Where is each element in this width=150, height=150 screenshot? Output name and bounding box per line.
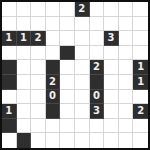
empty-cell-r5-c7[interactable]	[104, 75, 119, 90]
black-cell-r7-c3	[46, 104, 61, 119]
empty-cell-r0-c8[interactable]	[119, 2, 134, 17]
empty-cell-r0-c1[interactable]	[17, 2, 32, 17]
empty-cell-r1-c5[interactable]	[75, 17, 90, 32]
empty-cell-r0-c2[interactable]	[31, 2, 46, 17]
clue-cell-r6-c3: 0	[46, 90, 61, 105]
empty-cell-r7-c7[interactable]	[104, 104, 119, 119]
empty-cell-r9-c9[interactable]	[133, 133, 148, 148]
empty-cell-r3-c0[interactable]	[2, 46, 17, 61]
clue-cell-r4-c9: 1	[133, 60, 148, 75]
empty-cell-r8-c9[interactable]	[133, 119, 148, 134]
empty-cell-r8-c8[interactable]	[119, 119, 134, 134]
empty-cell-r8-c1[interactable]	[17, 119, 32, 134]
empty-cell-r6-c0[interactable]	[2, 90, 17, 105]
empty-cell-r5-c8[interactable]	[119, 75, 134, 90]
black-cell-r5-c6	[90, 75, 105, 90]
empty-cell-r4-c2[interactable]	[31, 60, 46, 75]
empty-cell-r8-c3[interactable]	[46, 119, 61, 134]
empty-cell-r7-c5[interactable]	[75, 104, 90, 119]
empty-cell-r2-c9[interactable]	[133, 31, 148, 46]
empty-cell-r5-c5[interactable]	[75, 75, 90, 90]
empty-cell-r0-c4[interactable]	[60, 2, 75, 17]
empty-cell-r4-c5[interactable]	[75, 60, 90, 75]
empty-cell-r5-c4[interactable]	[60, 75, 75, 90]
empty-cell-r3-c9[interactable]	[133, 46, 148, 61]
black-cell-r4-c0	[2, 60, 17, 75]
clue-cell-r7-c6: 3	[90, 104, 105, 119]
empty-cell-r4-c7[interactable]	[104, 60, 119, 75]
empty-cell-r4-c1[interactable]	[17, 60, 32, 75]
empty-cell-r3-c7[interactable]	[104, 46, 119, 61]
black-cell-r8-c0	[2, 119, 17, 134]
empty-cell-r1-c6[interactable]	[90, 17, 105, 32]
puzzle-screenshot: 21123212100132	[0, 0, 150, 150]
empty-cell-r1-c2[interactable]	[31, 17, 46, 32]
empty-cell-r2-c4[interactable]	[60, 31, 75, 46]
empty-cell-r7-c4[interactable]	[60, 104, 75, 119]
clue-cell-r2-c0: 1	[2, 31, 17, 46]
clue-cell-r0-c5: 2	[75, 2, 90, 17]
empty-cell-r0-c7[interactable]	[104, 2, 119, 17]
clue-cell-r5-c9: 1	[133, 75, 148, 90]
empty-cell-r8-c2[interactable]	[31, 119, 46, 134]
empty-cell-r3-c6[interactable]	[90, 46, 105, 61]
empty-cell-r9-c2[interactable]	[31, 133, 46, 148]
empty-cell-r1-c9[interactable]	[133, 17, 148, 32]
clue-cell-r7-c9: 2	[133, 104, 148, 119]
empty-cell-r6-c7[interactable]	[104, 90, 119, 105]
black-cell-r5-c0	[2, 75, 17, 90]
empty-cell-r1-c7[interactable]	[104, 17, 119, 32]
empty-cell-r9-c6[interactable]	[90, 133, 105, 148]
empty-cell-r0-c9[interactable]	[133, 2, 148, 17]
empty-cell-r0-c6[interactable]	[90, 2, 105, 17]
empty-cell-r9-c3[interactable]	[46, 133, 61, 148]
empty-cell-r9-c7[interactable]	[104, 133, 119, 148]
empty-cell-r8-c5[interactable]	[75, 119, 90, 134]
empty-cell-r7-c2[interactable]	[31, 104, 46, 119]
clue-cell-r2-c2: 2	[31, 31, 46, 46]
empty-cell-r6-c8[interactable]	[119, 90, 134, 105]
empty-cell-r2-c6[interactable]	[90, 31, 105, 46]
black-cell-r4-c3	[46, 60, 61, 75]
empty-cell-r7-c8[interactable]	[119, 104, 134, 119]
empty-cell-r7-c1[interactable]	[17, 104, 32, 119]
empty-cell-r4-c8[interactable]	[119, 60, 134, 75]
clue-cell-r7-c0: 1	[2, 104, 17, 119]
empty-cell-r2-c3[interactable]	[46, 31, 61, 46]
clue-cell-r2-c7: 3	[104, 31, 119, 46]
empty-cell-r1-c3[interactable]	[46, 17, 61, 32]
black-cell-r3-c4	[60, 46, 75, 61]
empty-cell-r3-c3[interactable]	[46, 46, 61, 61]
empty-cell-r4-c4[interactable]	[60, 60, 75, 75]
empty-cell-r8-c4[interactable]	[60, 119, 75, 134]
empty-cell-r8-c6[interactable]	[90, 119, 105, 134]
clue-cell-r5-c3: 2	[46, 75, 61, 90]
empty-cell-r3-c1[interactable]	[17, 46, 32, 61]
empty-cell-r1-c8[interactable]	[119, 17, 134, 32]
empty-cell-r6-c9[interactable]	[133, 90, 148, 105]
empty-cell-r0-c0[interactable]	[2, 2, 17, 17]
empty-cell-r3-c5[interactable]	[75, 46, 90, 61]
empty-cell-r6-c4[interactable]	[60, 90, 75, 105]
empty-cell-r3-c2[interactable]	[31, 46, 46, 61]
empty-cell-r6-c2[interactable]	[31, 90, 46, 105]
empty-cell-r5-c1[interactable]	[17, 75, 32, 90]
empty-cell-r1-c1[interactable]	[17, 17, 32, 32]
empty-cell-r9-c5[interactable]	[75, 133, 90, 148]
empty-cell-r5-c2[interactable]	[31, 75, 46, 90]
empty-cell-r0-c3[interactable]	[46, 2, 61, 17]
empty-cell-r9-c8[interactable]	[119, 133, 134, 148]
empty-cell-r6-c1[interactable]	[17, 90, 32, 105]
empty-cell-r8-c7[interactable]	[104, 119, 119, 134]
empty-cell-r2-c5[interactable]	[75, 31, 90, 46]
empty-cell-r2-c8[interactable]	[119, 31, 134, 46]
empty-cell-r9-c0[interactable]	[2, 133, 17, 148]
empty-cell-r9-c4[interactable]	[60, 133, 75, 148]
clue-cell-r6-c6: 0	[90, 90, 105, 105]
empty-cell-r3-c8[interactable]	[119, 46, 134, 61]
clue-cell-r2-c1: 1	[17, 31, 32, 46]
puzzle-board: 21123212100132	[0, 0, 150, 150]
empty-cell-r1-c0[interactable]	[2, 17, 17, 32]
clue-cell-r4-c6: 2	[90, 60, 105, 75]
black-cell-r9-c1	[17, 133, 32, 148]
empty-cell-r1-c4[interactable]	[60, 17, 75, 32]
empty-cell-r6-c5[interactable]	[75, 90, 90, 105]
